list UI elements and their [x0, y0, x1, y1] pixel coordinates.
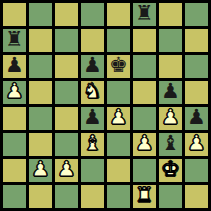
- square-d5[interactable]: ♞: [81, 81, 104, 104]
- square-f7[interactable]: [133, 29, 156, 52]
- square-b5[interactable]: [29, 81, 52, 104]
- white-rook[interactable]: ♜: [135, 185, 154, 207]
- square-h8[interactable]: [185, 3, 208, 26]
- square-g3[interactable]: ♝: [159, 133, 182, 156]
- square-b8[interactable]: [29, 3, 52, 26]
- square-a4[interactable]: [3, 107, 26, 130]
- square-a6[interactable]: ♟: [3, 55, 26, 78]
- square-c8[interactable]: [55, 3, 78, 26]
- square-g7[interactable]: [159, 29, 182, 52]
- square-e2[interactable]: [107, 159, 130, 182]
- square-f8[interactable]: ♜: [133, 3, 156, 26]
- square-a3[interactable]: [3, 133, 26, 156]
- square-c3[interactable]: [55, 133, 78, 156]
- square-a2[interactable]: [3, 159, 26, 182]
- square-f6[interactable]: [133, 55, 156, 78]
- square-h6[interactable]: [185, 55, 208, 78]
- square-e6[interactable]: ♚: [107, 55, 130, 78]
- square-d3[interactable]: ♝: [81, 133, 104, 156]
- square-b2[interactable]: ♟: [29, 159, 52, 182]
- square-g4[interactable]: ♟: [159, 107, 182, 130]
- square-e4[interactable]: ♟: [107, 107, 130, 130]
- square-g5[interactable]: ♟: [159, 81, 182, 104]
- white-pawn[interactable]: ♟: [31, 159, 50, 181]
- square-c1[interactable]: [55, 185, 78, 208]
- square-f2[interactable]: [133, 159, 156, 182]
- white-pawn[interactable]: ♟: [5, 81, 24, 103]
- square-d6[interactable]: ♟: [81, 55, 104, 78]
- square-c4[interactable]: [55, 107, 78, 130]
- white-king[interactable]: ♚: [161, 159, 180, 181]
- square-b1[interactable]: [29, 185, 52, 208]
- square-e8[interactable]: [107, 3, 130, 26]
- square-a1[interactable]: [3, 185, 26, 208]
- square-e3[interactable]: [107, 133, 130, 156]
- black-pawn[interactable]: ♟: [161, 81, 180, 103]
- black-rook[interactable]: ♜: [5, 29, 24, 51]
- square-e1[interactable]: [107, 185, 130, 208]
- black-rook[interactable]: ♜: [135, 3, 154, 25]
- square-h4[interactable]: ♟: [185, 107, 208, 130]
- square-f4[interactable]: [133, 107, 156, 130]
- white-pawn[interactable]: ♟: [109, 107, 128, 129]
- square-f1[interactable]: ♜: [133, 185, 156, 208]
- square-b7[interactable]: [29, 29, 52, 52]
- square-c6[interactable]: [55, 55, 78, 78]
- white-pawn[interactable]: ♟: [135, 133, 154, 155]
- square-h5[interactable]: [185, 81, 208, 104]
- square-e5[interactable]: [107, 81, 130, 104]
- square-g6[interactable]: [159, 55, 182, 78]
- white-pawn[interactable]: ♟: [161, 107, 180, 129]
- square-a7[interactable]: ♜: [3, 29, 26, 52]
- square-b6[interactable]: [29, 55, 52, 78]
- square-f3[interactable]: ♟: [133, 133, 156, 156]
- square-h7[interactable]: [185, 29, 208, 52]
- white-knight[interactable]: ♞: [83, 81, 102, 103]
- white-bishop[interactable]: ♝: [83, 133, 102, 155]
- black-pawn[interactable]: ♟: [187, 107, 206, 129]
- square-b4[interactable]: [29, 107, 52, 130]
- black-pawn[interactable]: ♟: [5, 55, 24, 77]
- square-c7[interactable]: [55, 29, 78, 52]
- black-king[interactable]: ♚: [109, 55, 128, 77]
- white-pawn[interactable]: ♟: [57, 159, 76, 181]
- square-a8[interactable]: [3, 3, 26, 26]
- square-d4[interactable]: ♟: [81, 107, 104, 130]
- square-h1[interactable]: [185, 185, 208, 208]
- square-c2[interactable]: ♟: [55, 159, 78, 182]
- square-d1[interactable]: [81, 185, 104, 208]
- square-d2[interactable]: [81, 159, 104, 182]
- square-g1[interactable]: [159, 185, 182, 208]
- square-h3[interactable]: ♟: [185, 133, 208, 156]
- square-a5[interactable]: ♟: [3, 81, 26, 104]
- black-bishop[interactable]: ♝: [161, 133, 180, 155]
- square-f5[interactable]: [133, 81, 156, 104]
- chess-board: ♜♜♟♟♚♟♞♟♟♟♟♟♝♟♝♟♟♟♚♜: [0, 0, 211, 211]
- square-b3[interactable]: [29, 133, 52, 156]
- square-h2[interactable]: [185, 159, 208, 182]
- white-pawn[interactable]: ♟: [187, 133, 206, 155]
- black-pawn[interactable]: ♟: [83, 55, 102, 77]
- square-d8[interactable]: [81, 3, 104, 26]
- square-d7[interactable]: [81, 29, 104, 52]
- square-e7[interactable]: [107, 29, 130, 52]
- square-c5[interactable]: [55, 81, 78, 104]
- square-g2[interactable]: ♚: [159, 159, 182, 182]
- square-g8[interactable]: [159, 3, 182, 26]
- black-pawn[interactable]: ♟: [83, 107, 102, 129]
